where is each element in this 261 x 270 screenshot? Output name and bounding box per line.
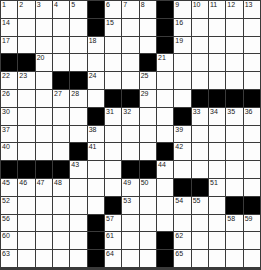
clue-number: 41 — [89, 143, 97, 151]
clue-number: 21 — [158, 54, 166, 62]
grid-cell[interactable] — [244, 37, 260, 54]
black-cell — [53, 161, 69, 178]
grid-cell[interactable] — [140, 19, 156, 36]
black-cell — [140, 54, 156, 71]
grid-cell[interactable] — [105, 72, 121, 89]
grid-cell[interactable] — [157, 197, 173, 214]
grid-cell[interactable] — [88, 54, 104, 71]
clue-number: 29 — [141, 90, 149, 98]
black-cell — [157, 19, 173, 36]
grid-cell[interactable] — [70, 108, 86, 125]
black-cell — [157, 232, 173, 249]
grid-cell[interactable]: 16 — [174, 19, 190, 36]
grid-cell[interactable] — [53, 54, 69, 71]
grid-cell[interactable]: 42 — [174, 143, 190, 160]
grid-cell[interactable]: 59 — [244, 215, 260, 232]
black-cell — [157, 1, 173, 18]
grid-cell[interactable] — [122, 250, 138, 267]
grid-cell[interactable] — [209, 54, 225, 71]
grid-cell[interactable] — [209, 250, 225, 267]
clue-number: 45 — [2, 179, 10, 187]
grid-cell[interactable] — [53, 197, 69, 214]
clue-number: 28 — [71, 90, 79, 98]
clue-number: 54 — [175, 197, 183, 205]
grid-cell[interactable] — [209, 143, 225, 160]
grid-cell[interactable] — [88, 197, 104, 214]
grid-cell[interactable] — [36, 250, 52, 267]
grid-cell[interactable]: 14 — [1, 19, 17, 36]
grid-cell[interactable] — [192, 215, 208, 232]
clue-number: 32 — [123, 108, 131, 116]
grid-cell[interactable]: 22 — [1, 72, 17, 89]
clue-number: 50 — [141, 179, 149, 187]
grid-cell[interactable]: 37 — [1, 126, 17, 143]
grid-cell[interactable]: 32 — [122, 108, 138, 125]
grid-cell[interactable]: 62 — [174, 232, 190, 249]
clue-number: 59 — [245, 215, 253, 223]
clue-number: 64 — [106, 250, 114, 258]
grid-cell[interactable] — [192, 54, 208, 71]
grid-cell[interactable]: 55 — [192, 197, 208, 214]
grid-cell[interactable] — [192, 161, 208, 178]
grid-cell[interactable]: 29 — [140, 90, 156, 107]
black-cell — [88, 19, 104, 36]
black-cell — [70, 72, 86, 89]
clue-number: 38 — [89, 126, 97, 134]
clue-number: 12 — [227, 1, 235, 9]
grid-cell[interactable] — [18, 90, 34, 107]
grid-cell[interactable] — [192, 37, 208, 54]
grid-cell[interactable]: 46 — [18, 179, 34, 196]
grid-cell[interactable] — [157, 126, 173, 143]
grid-cell[interactable]: 35 — [226, 108, 242, 125]
grid-cell[interactable] — [209, 126, 225, 143]
grid-cell[interactable] — [209, 232, 225, 249]
grid-cell[interactable]: 5 — [70, 1, 86, 18]
grid-cell[interactable] — [36, 90, 52, 107]
grid-cell[interactable] — [209, 72, 225, 89]
grid-cell[interactable] — [122, 232, 138, 249]
grid-cell[interactable]: 39 — [174, 126, 190, 143]
grid-cell[interactable] — [88, 161, 104, 178]
clue-number: 51 — [210, 179, 218, 187]
clue-number: 39 — [175, 126, 183, 134]
grid-cell[interactable]: 43 — [70, 161, 86, 178]
grid-cell[interactable]: 51 — [209, 179, 225, 196]
black-cell — [226, 90, 242, 107]
black-cell — [122, 90, 138, 107]
grid-cell[interactable]: 60 — [1, 232, 17, 249]
black-cell — [140, 161, 156, 178]
grid-cell[interactable] — [244, 72, 260, 89]
grid-cell[interactable] — [209, 161, 225, 178]
clue-number: 40 — [2, 143, 10, 151]
grid-cell[interactable] — [226, 126, 242, 143]
black-cell — [36, 161, 52, 178]
grid-cell[interactable] — [209, 19, 225, 36]
grid-cell[interactable] — [192, 250, 208, 267]
grid-cell[interactable] — [53, 108, 69, 125]
grid-cell[interactable]: 33 — [192, 108, 208, 125]
grid-cell[interactable] — [244, 161, 260, 178]
grid-cell[interactable]: 41 — [88, 143, 104, 160]
clue-number: 22 — [2, 72, 10, 80]
grid-cell[interactable] — [105, 161, 121, 178]
grid-cell[interactable] — [70, 215, 86, 232]
grid-cell[interactable] — [88, 179, 104, 196]
grid-cell[interactable] — [140, 37, 156, 54]
grid-cell[interactable]: 25 — [140, 72, 156, 89]
clue-number: 43 — [71, 161, 79, 169]
grid-cell[interactable] — [192, 19, 208, 36]
clue-number: 42 — [175, 143, 183, 151]
clue-number: 13 — [245, 1, 253, 9]
clue-number: 7 — [123, 1, 127, 9]
clue-number: 24 — [89, 72, 97, 80]
grid-cell[interactable] — [122, 37, 138, 54]
clue-number: 27 — [54, 90, 62, 98]
clue-number: 63 — [2, 250, 10, 258]
grid-cell[interactable] — [244, 232, 260, 249]
grid-cell[interactable] — [53, 37, 69, 54]
grid-cell[interactable] — [36, 232, 52, 249]
grid-cell[interactable] — [157, 215, 173, 232]
grid-cell[interactable]: 63 — [1, 250, 17, 267]
grid-cell[interactable] — [192, 72, 208, 89]
grid-cell[interactable] — [36, 126, 52, 143]
grid-cell[interactable]: 24 — [88, 72, 104, 89]
grid-cell[interactable] — [244, 250, 260, 267]
grid-cell[interactable]: 34 — [209, 108, 225, 125]
clue-number: 18 — [89, 37, 97, 45]
grid-cell[interactable]: 9 — [174, 1, 190, 18]
clue-number: 11 — [210, 1, 217, 9]
clue-number: 16 — [175, 19, 183, 27]
clue-number: 52 — [2, 197, 10, 205]
clue-number: 9 — [175, 1, 179, 9]
grid-cell[interactable]: 40 — [1, 143, 17, 160]
clue-number: 26 — [2, 90, 10, 98]
grid-cell[interactable] — [53, 143, 69, 160]
black-cell — [244, 197, 260, 214]
clue-number: 44 — [158, 161, 166, 169]
grid-cell[interactable] — [244, 54, 260, 71]
black-cell — [157, 250, 173, 267]
grid-cell[interactable] — [209, 37, 225, 54]
grid-cell[interactable] — [36, 19, 52, 36]
grid-cell[interactable] — [70, 232, 86, 249]
grid-cell[interactable]: 15 — [105, 19, 121, 36]
grid-cell[interactable]: 20 — [36, 54, 52, 71]
grid-cell[interactable]: 38 — [88, 126, 104, 143]
grid-cell[interactable]: 58 — [226, 215, 242, 232]
grid-cell[interactable] — [140, 250, 156, 267]
grid-cell[interactable] — [105, 143, 121, 160]
crossword-puzzle: 1234567891011121314151617181920212223242… — [0, 0, 261, 270]
clue-number: 60 — [2, 232, 10, 240]
grid-cell[interactable] — [157, 108, 173, 125]
grid-cell[interactable] — [244, 126, 260, 143]
clue-number: 30 — [2, 108, 10, 116]
grid-cell[interactable] — [18, 108, 34, 125]
grid-cell[interactable]: 19 — [174, 37, 190, 54]
clue-number: 36 — [245, 108, 253, 116]
grid-cell[interactable] — [157, 72, 173, 89]
grid-cell[interactable] — [70, 37, 86, 54]
black-cell — [174, 108, 190, 125]
grid-cell[interactable] — [209, 197, 225, 214]
grid-cell[interactable] — [122, 72, 138, 89]
grid-cell[interactable] — [140, 126, 156, 143]
black-cell — [1, 161, 17, 178]
black-cell — [192, 179, 208, 196]
grid-cell[interactable]: 65 — [174, 250, 190, 267]
grid-cell[interactable] — [36, 197, 52, 214]
grid-cell[interactable] — [174, 161, 190, 178]
grid-cell[interactable] — [140, 232, 156, 249]
grid-cell[interactable] — [105, 179, 121, 196]
clue-number: 55 — [193, 197, 201, 205]
grid-cell[interactable]: 61 — [105, 232, 121, 249]
grid-cell[interactable] — [122, 126, 138, 143]
grid-cell[interactable]: 7 — [122, 1, 138, 18]
clue-number: 58 — [227, 215, 235, 223]
grid-cell[interactable] — [122, 19, 138, 36]
clue-number: 48 — [54, 179, 62, 187]
grid-cell[interactable] — [226, 143, 242, 160]
grid-cell[interactable] — [53, 126, 69, 143]
grid-cell[interactable] — [192, 126, 208, 143]
black-cell — [157, 143, 173, 160]
clue-number: 17 — [2, 37, 10, 45]
grid-cell[interactable] — [140, 108, 156, 125]
clue-number: 4 — [54, 1, 58, 9]
black-cell — [122, 161, 138, 178]
grid-cell[interactable] — [18, 215, 34, 232]
clue-number: 35 — [227, 108, 235, 116]
clue-number: 3 — [37, 1, 41, 9]
clue-number: 8 — [141, 1, 145, 9]
grid-cell[interactable]: 31 — [105, 108, 121, 125]
grid-cell[interactable]: 2 — [18, 1, 34, 18]
clue-number: 47 — [37, 179, 45, 187]
grid-cell[interactable] — [105, 37, 121, 54]
grid-cell[interactable] — [70, 179, 86, 196]
grid-cell[interactable] — [70, 197, 86, 214]
grid-cell[interactable]: 36 — [244, 108, 260, 125]
clue-number: 57 — [106, 215, 114, 223]
black-cell — [244, 90, 260, 107]
grid-cell[interactable] — [157, 90, 173, 107]
grid-cell[interactable] — [192, 143, 208, 160]
grid-cell[interactable] — [70, 19, 86, 36]
black-cell — [18, 54, 34, 71]
crossword-board: 1234567891011121314151617181920212223242… — [0, 0, 261, 270]
grid-cell[interactable] — [226, 250, 242, 267]
grid-cell[interactable] — [157, 179, 173, 196]
black-cell — [53, 72, 69, 89]
clue-number: 5 — [71, 1, 75, 9]
clue-number: 15 — [106, 19, 114, 27]
grid-cell[interactable] — [36, 72, 52, 89]
grid-cell[interactable]: 23 — [18, 72, 34, 89]
grid-cell[interactable] — [18, 19, 34, 36]
grid-cell[interactable]: 64 — [105, 250, 121, 267]
grid-cell[interactable]: 57 — [105, 215, 121, 232]
black-cell — [105, 197, 121, 214]
grid-cell[interactable]: 28 — [70, 90, 86, 107]
grid-cell[interactable] — [36, 37, 52, 54]
clue-number: 1 — [2, 1, 6, 9]
grid-cell[interactable] — [244, 19, 260, 36]
grid-cell[interactable]: 54 — [174, 197, 190, 214]
black-cell — [70, 143, 86, 160]
grid-cell[interactable] — [70, 54, 86, 71]
black-cell — [88, 250, 104, 267]
grid-cell[interactable] — [18, 126, 34, 143]
grid-cell[interactable]: 12 — [226, 1, 242, 18]
clue-number: 2 — [19, 1, 23, 9]
grid-cell[interactable]: 50 — [140, 179, 156, 196]
grid-cell[interactable] — [18, 143, 34, 160]
grid-cell[interactable]: 13 — [244, 1, 260, 18]
clue-number: 10 — [193, 1, 201, 9]
grid-cell[interactable]: 30 — [1, 108, 17, 125]
black-cell — [157, 37, 173, 54]
grid-cell[interactable]: 1 — [1, 1, 17, 18]
grid-cell[interactable] — [174, 215, 190, 232]
grid-cell[interactable]: 44 — [157, 161, 173, 178]
black-cell — [209, 90, 225, 107]
clue-number: 37 — [2, 126, 10, 134]
grid-cell[interactable] — [18, 37, 34, 54]
grid-cell[interactable] — [36, 108, 52, 125]
grid-cell[interactable] — [18, 197, 34, 214]
clue-number: 33 — [193, 108, 201, 116]
grid-cell[interactable]: 27 — [53, 90, 69, 107]
clue-number: 25 — [141, 72, 149, 80]
grid-cell[interactable] — [53, 215, 69, 232]
clue-number: 23 — [19, 72, 27, 80]
grid-cell[interactable] — [244, 179, 260, 196]
grid-cell[interactable]: 18 — [88, 37, 104, 54]
clue-number: 14 — [2, 19, 10, 27]
black-cell — [88, 1, 104, 18]
grid-cell[interactable]: 17 — [1, 37, 17, 54]
grid-cell[interactable] — [88, 90, 104, 107]
clue-number: 46 — [19, 179, 27, 187]
grid-cell[interactable] — [226, 37, 242, 54]
grid-cell[interactable]: 53 — [122, 197, 138, 214]
grid-cell[interactable] — [140, 143, 156, 160]
grid-cell[interactable] — [174, 90, 190, 107]
grid-cell[interactable] — [53, 250, 69, 267]
grid-cell[interactable]: 4 — [53, 1, 69, 18]
clue-number: 61 — [106, 232, 114, 240]
grid-cell[interactable] — [18, 250, 34, 267]
black-cell — [88, 215, 104, 232]
grid-cell[interactable]: 3 — [36, 1, 52, 18]
grid-cell[interactable] — [226, 19, 242, 36]
grid-cell[interactable] — [226, 179, 242, 196]
clue-number: 19 — [175, 37, 183, 45]
grid-cell[interactable] — [140, 215, 156, 232]
grid-cell[interactable] — [53, 19, 69, 36]
grid-cell[interactable] — [140, 197, 156, 214]
grid-cell[interactable]: 21 — [157, 54, 173, 71]
grid-cell[interactable] — [244, 143, 260, 160]
grid-cell[interactable] — [192, 232, 208, 249]
black-cell — [174, 179, 190, 196]
black-cell — [1, 54, 17, 71]
grid-cell[interactable]: 45 — [1, 179, 17, 196]
clue-number: 20 — [37, 54, 45, 62]
grid-cell[interactable] — [105, 54, 121, 71]
black-cell — [88, 232, 104, 249]
grid-cell[interactable] — [70, 126, 86, 143]
grid-cell[interactable]: 26 — [1, 90, 17, 107]
grid-cell[interactable]: 47 — [36, 179, 52, 196]
black-cell — [226, 197, 242, 214]
grid-cell[interactable] — [209, 215, 225, 232]
grid-cell[interactable]: 10 — [192, 1, 208, 18]
clue-number: 49 — [123, 179, 131, 187]
clue-number: 31 — [106, 108, 114, 116]
clue-number: 56 — [2, 215, 10, 223]
grid-cell[interactable]: 52 — [1, 197, 17, 214]
grid-cell[interactable] — [36, 143, 52, 160]
grid-cell[interactable] — [122, 143, 138, 160]
clue-number: 65 — [175, 250, 183, 258]
grid-cell[interactable] — [174, 72, 190, 89]
grid-cell[interactable]: 8 — [140, 1, 156, 18]
black-cell — [88, 108, 104, 125]
grid-cell[interactable] — [122, 54, 138, 71]
grid-cell[interactable] — [226, 54, 242, 71]
grid-cell[interactable]: 49 — [122, 179, 138, 196]
clue-number: 53 — [123, 197, 131, 205]
black-cell — [192, 90, 208, 107]
clue-number: 34 — [210, 108, 218, 116]
grid-cell[interactable] — [36, 215, 52, 232]
clue-number: 62 — [175, 232, 183, 240]
grid-cell[interactable] — [226, 72, 242, 89]
grid-cell[interactable] — [174, 54, 190, 71]
grid-cell[interactable] — [53, 232, 69, 249]
black-cell — [105, 90, 121, 107]
grid-cell[interactable]: 6 — [105, 1, 121, 18]
grid-cell[interactable] — [105, 126, 121, 143]
grid-cell[interactable]: 11 — [209, 1, 225, 18]
black-cell — [18, 161, 34, 178]
clue-number: 6 — [106, 1, 110, 9]
grid-cell[interactable]: 48 — [53, 179, 69, 196]
grid-cell[interactable] — [122, 215, 138, 232]
grid-cell[interactable] — [226, 232, 242, 249]
grid-cell[interactable] — [70, 250, 86, 267]
grid-cell[interactable] — [18, 232, 34, 249]
grid-cell[interactable] — [226, 161, 242, 178]
grid-cell[interactable]: 56 — [1, 215, 17, 232]
